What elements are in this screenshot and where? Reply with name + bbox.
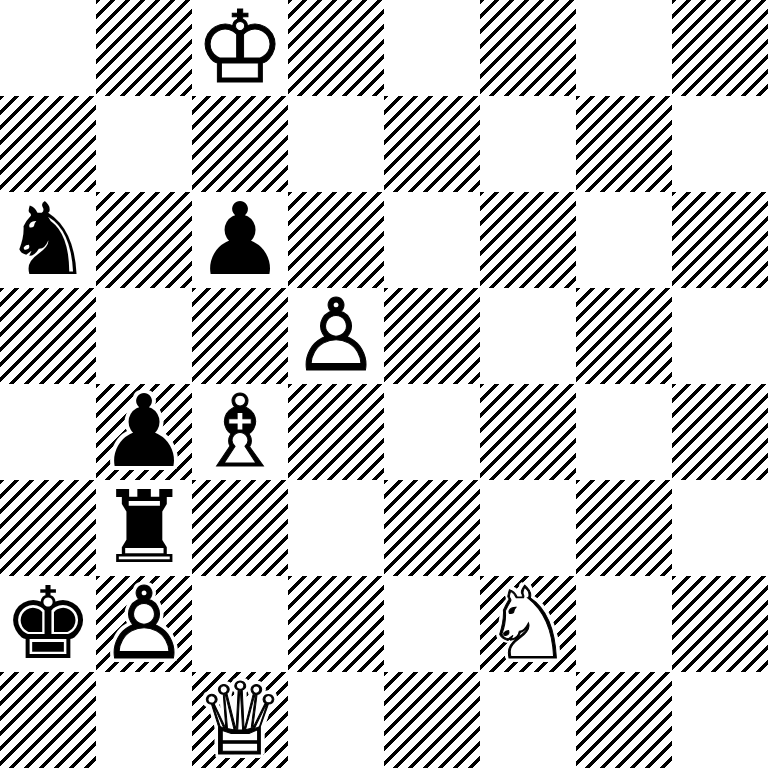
square-d7[interactable] (288, 96, 384, 192)
square-h2[interactable] (672, 576, 768, 672)
square-h1[interactable] (672, 672, 768, 768)
square-h3[interactable] (672, 480, 768, 576)
square-f3[interactable] (480, 480, 576, 576)
square-d2[interactable] (288, 576, 384, 672)
square-a1[interactable] (0, 672, 96, 768)
square-h6[interactable] (672, 192, 768, 288)
chess-board: ♚♔♞♟♟♙♟♝♗♜♚♟♙♞♘♛♕ (0, 0, 768, 768)
square-a3[interactable] (0, 480, 96, 576)
square-g3[interactable] (576, 480, 672, 576)
square-e3[interactable] (384, 480, 480, 576)
square-g7[interactable] (576, 96, 672, 192)
square-a2[interactable]: ♚ (0, 576, 96, 672)
square-f5[interactable] (480, 288, 576, 384)
square-e6[interactable] (384, 192, 480, 288)
white-pawn-d5[interactable]: ♙ (288, 288, 384, 384)
square-f2[interactable]: ♞♘ (480, 576, 576, 672)
square-c1[interactable]: ♛♕ (192, 672, 288, 768)
square-e5[interactable] (384, 288, 480, 384)
black-pawn-b4[interactable]: ♟ (96, 384, 192, 480)
square-c2[interactable] (192, 576, 288, 672)
square-d5[interactable]: ♟♙ (288, 288, 384, 384)
black-king-a2[interactable]: ♚ (0, 576, 96, 672)
square-h7[interactable] (672, 96, 768, 192)
square-a7[interactable] (0, 96, 96, 192)
square-g1[interactable] (576, 672, 672, 768)
square-c5[interactable] (192, 288, 288, 384)
square-a5[interactable] (0, 288, 96, 384)
white-queen-c1[interactable]: ♕ (192, 672, 288, 768)
square-b8[interactable] (96, 0, 192, 96)
white-pawn-b2[interactable]: ♙ (96, 576, 192, 672)
square-d1[interactable] (288, 672, 384, 768)
square-a4[interactable] (0, 384, 96, 480)
square-g5[interactable] (576, 288, 672, 384)
square-g8[interactable] (576, 0, 672, 96)
square-f1[interactable] (480, 672, 576, 768)
white-bishop-c4[interactable]: ♗ (192, 384, 288, 480)
square-b5[interactable] (96, 288, 192, 384)
square-d3[interactable] (288, 480, 384, 576)
square-d6[interactable] (288, 192, 384, 288)
square-f8[interactable] (480, 0, 576, 96)
square-g4[interactable] (576, 384, 672, 480)
black-pawn-c6[interactable]: ♟ (192, 192, 288, 288)
square-e7[interactable] (384, 96, 480, 192)
square-c7[interactable] (192, 96, 288, 192)
square-b7[interactable] (96, 96, 192, 192)
square-f6[interactable] (480, 192, 576, 288)
square-c4[interactable]: ♝♗ (192, 384, 288, 480)
square-e8[interactable] (384, 0, 480, 96)
square-h5[interactable] (672, 288, 768, 384)
square-h4[interactable] (672, 384, 768, 480)
white-knight-f2[interactable]: ♘ (480, 576, 576, 672)
square-e4[interactable] (384, 384, 480, 480)
square-e1[interactable] (384, 672, 480, 768)
square-d4[interactable] (288, 384, 384, 480)
square-b4[interactable]: ♟ (96, 384, 192, 480)
white-king-c8[interactable]: ♔ (192, 0, 288, 96)
square-f7[interactable] (480, 96, 576, 192)
square-c3[interactable] (192, 480, 288, 576)
square-h8[interactable] (672, 0, 768, 96)
square-g2[interactable] (576, 576, 672, 672)
square-d8[interactable] (288, 0, 384, 96)
square-c6[interactable]: ♟ (192, 192, 288, 288)
square-e2[interactable] (384, 576, 480, 672)
square-b2[interactable]: ♟♙ (96, 576, 192, 672)
square-b6[interactable] (96, 192, 192, 288)
square-b3[interactable]: ♜ (96, 480, 192, 576)
black-rook-b3[interactable]: ♜ (96, 480, 192, 576)
black-knight-a6[interactable]: ♞ (0, 192, 96, 288)
square-b1[interactable] (96, 672, 192, 768)
square-f4[interactable] (480, 384, 576, 480)
square-a6[interactable]: ♞ (0, 192, 96, 288)
square-g6[interactable] (576, 192, 672, 288)
square-c8[interactable]: ♚♔ (192, 0, 288, 96)
square-a8[interactable] (0, 0, 96, 96)
